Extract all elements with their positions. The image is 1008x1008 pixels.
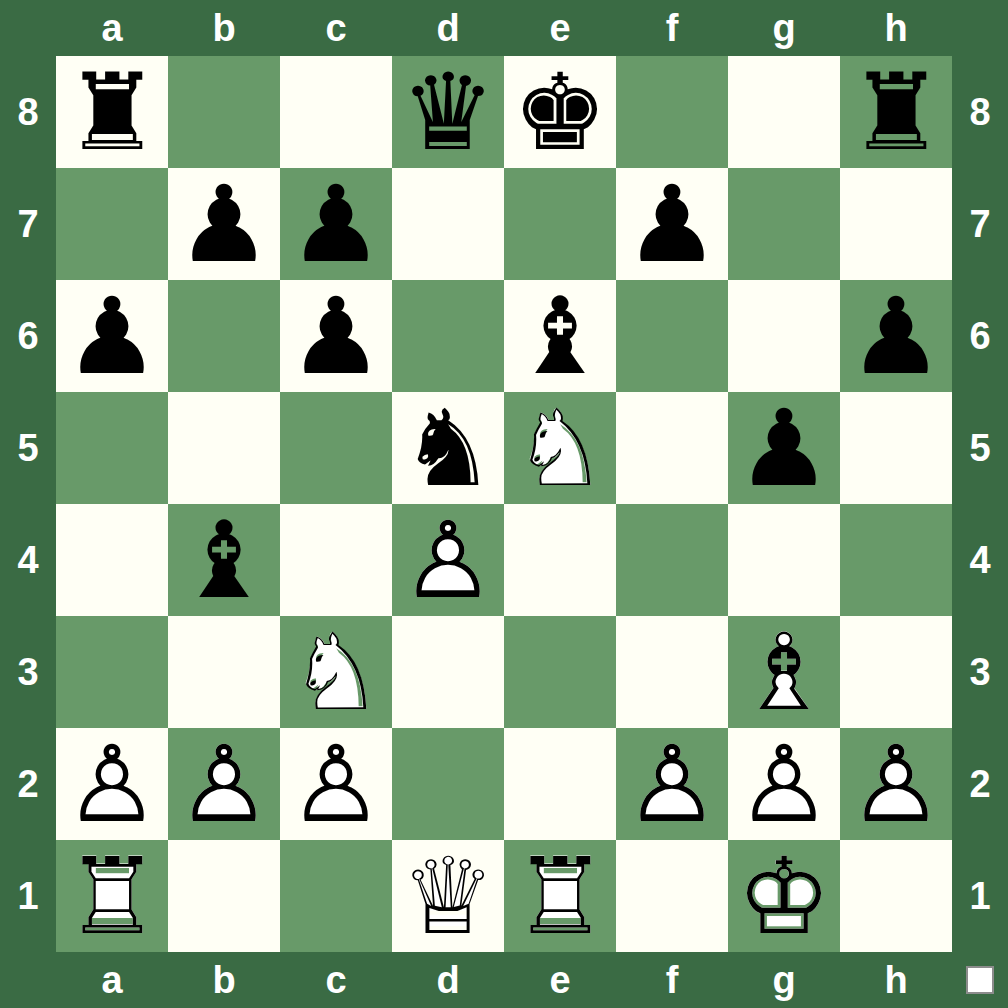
square-c3[interactable]: ♞♘ — [280, 616, 392, 728]
black-king-piece[interactable]: ♚ — [504, 56, 616, 168]
square-c1[interactable] — [280, 840, 392, 952]
square-g3[interactable]: ♝♗ — [728, 616, 840, 728]
square-a5[interactable] — [56, 392, 168, 504]
piece-glyph: ♟ — [280, 168, 392, 280]
piece-fill-glyph: ♞ — [280, 616, 392, 728]
square-d7[interactable] — [392, 168, 504, 280]
piece-outline-glyph: ♙ — [728, 728, 840, 840]
black-rook-piece[interactable]: ♜ — [840, 56, 952, 168]
piece-fill-glyph: ♞ — [504, 392, 616, 504]
rank-labels-right: 87654321 — [952, 56, 1008, 952]
square-d8[interactable]: ♛ — [392, 56, 504, 168]
file-label-d: d — [392, 952, 504, 1008]
square-c5[interactable] — [280, 392, 392, 504]
rank-labels-left: 87654321 — [0, 56, 56, 952]
piece-glyph: ♟ — [280, 280, 392, 392]
file-label-h: h — [840, 0, 952, 56]
square-g7[interactable] — [728, 168, 840, 280]
chess-diagram: abcdefgh abcdefgh 87654321 87654321 ♜♛♚♜… — [0, 0, 1008, 1008]
square-g5[interactable]: ♟ — [728, 392, 840, 504]
square-h4[interactable] — [840, 504, 952, 616]
black-bishop-piece[interactable]: ♝ — [168, 504, 280, 616]
piece-glyph: ♜ — [840, 56, 952, 168]
file-label-c: c — [280, 0, 392, 56]
white-knight-piece[interactable]: ♞♘ — [280, 616, 392, 728]
file-labels-bottom: abcdefgh — [56, 952, 952, 1008]
square-a4[interactable] — [56, 504, 168, 616]
rank-label-7: 7 — [0, 168, 56, 280]
rank-label-4: 4 — [0, 504, 56, 616]
square-e5[interactable]: ♞♘ — [504, 392, 616, 504]
black-queen-piece[interactable]: ♛ — [392, 56, 504, 168]
rank-label-2: 2 — [0, 728, 56, 840]
file-label-h: h — [840, 952, 952, 1008]
square-b7[interactable]: ♟ — [168, 168, 280, 280]
square-f2[interactable]: ♟♙ — [616, 728, 728, 840]
square-g4[interactable] — [728, 504, 840, 616]
square-a8[interactable]: ♜ — [56, 56, 168, 168]
piece-outline-glyph: ♘ — [504, 392, 616, 504]
square-f3[interactable] — [616, 616, 728, 728]
square-h1[interactable] — [840, 840, 952, 952]
square-d3[interactable] — [392, 616, 504, 728]
rank-label-6: 6 — [0, 280, 56, 392]
square-e1[interactable]: ♜♖ — [504, 840, 616, 952]
square-a1[interactable]: ♜♖ — [56, 840, 168, 952]
black-pawn-piece[interactable]: ♟ — [616, 168, 728, 280]
white-pawn-piece[interactable]: ♟♙ — [840, 728, 952, 840]
square-g8[interactable] — [728, 56, 840, 168]
piece-outline-glyph: ♙ — [168, 728, 280, 840]
square-a2[interactable]: ♟♙ — [56, 728, 168, 840]
rank-label-7: 7 — [952, 168, 1008, 280]
square-b1[interactable] — [168, 840, 280, 952]
square-e2[interactable] — [504, 728, 616, 840]
square-b2[interactable]: ♟♙ — [168, 728, 280, 840]
piece-outline-glyph: ♙ — [56, 728, 168, 840]
piece-fill-glyph: ♟ — [56, 728, 168, 840]
square-b6[interactable] — [168, 280, 280, 392]
square-h6[interactable]: ♟ — [840, 280, 952, 392]
file-label-g: g — [728, 952, 840, 1008]
piece-outline-glyph: ♔ — [728, 840, 840, 952]
piece-outline-glyph: ♙ — [840, 728, 952, 840]
square-c6[interactable]: ♟ — [280, 280, 392, 392]
piece-glyph: ♟ — [616, 168, 728, 280]
square-h2[interactable]: ♟♙ — [840, 728, 952, 840]
piece-glyph: ♛ — [392, 56, 504, 168]
square-e4[interactable] — [504, 504, 616, 616]
file-label-b: b — [168, 952, 280, 1008]
rank-label-1: 1 — [0, 840, 56, 952]
piece-glyph: ♟ — [168, 168, 280, 280]
square-e3[interactable] — [504, 616, 616, 728]
square-c4[interactable] — [280, 504, 392, 616]
piece-outline-glyph: ♙ — [616, 728, 728, 840]
file-label-b: b — [168, 0, 280, 56]
piece-glyph: ♚ — [504, 56, 616, 168]
square-b8[interactable] — [168, 56, 280, 168]
piece-glyph: ♟ — [56, 280, 168, 392]
file-label-c: c — [280, 952, 392, 1008]
black-pawn-piece[interactable]: ♟ — [56, 280, 168, 392]
black-pawn-piece[interactable]: ♟ — [728, 392, 840, 504]
file-label-f: f — [616, 0, 728, 56]
black-pawn-piece[interactable]: ♟ — [840, 280, 952, 392]
rank-label-5: 5 — [0, 392, 56, 504]
piece-glyph: ♟ — [840, 280, 952, 392]
file-labels-top: abcdefgh — [56, 0, 952, 56]
square-d6[interactable] — [392, 280, 504, 392]
square-e7[interactable] — [504, 168, 616, 280]
piece-fill-glyph: ♟ — [616, 728, 728, 840]
square-b4[interactable]: ♝ — [168, 504, 280, 616]
piece-fill-glyph: ♝ — [728, 616, 840, 728]
piece-fill-glyph: ♟ — [392, 504, 504, 616]
black-rook-piece[interactable]: ♜ — [56, 56, 168, 168]
white-pawn-piece[interactable]: ♟♙ — [616, 728, 728, 840]
white-pawn-piece[interactable]: ♟♙ — [56, 728, 168, 840]
white-pawn-piece[interactable]: ♟♙ — [280, 728, 392, 840]
piece-fill-glyph: ♚ — [728, 840, 840, 952]
white-pawn-piece[interactable]: ♟♙ — [168, 728, 280, 840]
piece-glyph: ♟ — [728, 392, 840, 504]
black-pawn-piece[interactable]: ♟ — [280, 280, 392, 392]
rank-label-6: 6 — [952, 280, 1008, 392]
square-g1[interactable]: ♚♔ — [728, 840, 840, 952]
piece-glyph: ♝ — [504, 280, 616, 392]
square-c2[interactable]: ♟♙ — [280, 728, 392, 840]
white-knight-piece[interactable]: ♞♘ — [504, 392, 616, 504]
square-a6[interactable]: ♟ — [56, 280, 168, 392]
piece-outline-glyph: ♘ — [280, 616, 392, 728]
square-f6[interactable] — [616, 280, 728, 392]
white-rook-piece[interactable]: ♜♖ — [56, 840, 168, 952]
rank-label-3: 3 — [0, 616, 56, 728]
white-king-piece[interactable]: ♚♔ — [728, 840, 840, 952]
rank-label-8: 8 — [0, 56, 56, 168]
piece-fill-glyph: ♜ — [56, 840, 168, 952]
square-f4[interactable] — [616, 504, 728, 616]
square-f1[interactable] — [616, 840, 728, 952]
file-label-e: e — [504, 0, 616, 56]
piece-fill-glyph: ♟ — [840, 728, 952, 840]
rank-label-3: 3 — [952, 616, 1008, 728]
white-rook-piece[interactable]: ♜♖ — [504, 840, 616, 952]
piece-fill-glyph: ♟ — [168, 728, 280, 840]
piece-outline-glyph: ♙ — [280, 728, 392, 840]
board: ♜♛♚♜♟♟♟♟♟♝♟♞♞♘♟♝♟♙♞♘♝♗♟♙♟♙♟♙♟♙♟♙♟♙♜♖♛♕♜♖… — [56, 56, 952, 952]
file-label-a: a — [56, 952, 168, 1008]
piece-outline-glyph: ♖ — [504, 840, 616, 952]
square-f7[interactable]: ♟ — [616, 168, 728, 280]
square-g6[interactable] — [728, 280, 840, 392]
square-h3[interactable] — [840, 616, 952, 728]
square-h7[interactable] — [840, 168, 952, 280]
rank-label-4: 4 — [952, 504, 1008, 616]
white-pawn-piece[interactable]: ♟♙ — [728, 728, 840, 840]
black-bishop-piece[interactable]: ♝ — [504, 280, 616, 392]
piece-fill-glyph: ♟ — [728, 728, 840, 840]
white-queen-piece[interactable]: ♛♕ — [392, 840, 504, 952]
piece-outline-glyph: ♖ — [56, 840, 168, 952]
square-f5[interactable] — [616, 392, 728, 504]
square-c7[interactable]: ♟ — [280, 168, 392, 280]
square-e8[interactable]: ♚ — [504, 56, 616, 168]
black-pawn-piece[interactable]: ♟ — [280, 168, 392, 280]
square-d4[interactable]: ♟♙ — [392, 504, 504, 616]
piece-outline-glyph: ♕ — [392, 840, 504, 952]
black-pawn-piece[interactable]: ♟ — [168, 168, 280, 280]
piece-fill-glyph: ♛ — [392, 840, 504, 952]
square-b3[interactable] — [168, 616, 280, 728]
square-b5[interactable] — [168, 392, 280, 504]
piece-glyph: ♝ — [168, 504, 280, 616]
file-label-g: g — [728, 0, 840, 56]
square-d2[interactable] — [392, 728, 504, 840]
piece-fill-glyph: ♜ — [504, 840, 616, 952]
black-knight-piece[interactable]: ♞ — [392, 392, 504, 504]
file-label-f: f — [616, 952, 728, 1008]
piece-outline-glyph: ♗ — [728, 616, 840, 728]
white-bishop-piece[interactable]: ♝♗ — [728, 616, 840, 728]
square-a7[interactable] — [56, 168, 168, 280]
square-f8[interactable] — [616, 56, 728, 168]
square-d1[interactable]: ♛♕ — [392, 840, 504, 952]
square-h5[interactable] — [840, 392, 952, 504]
rank-label-1: 1 — [952, 840, 1008, 952]
rank-label-2: 2 — [952, 728, 1008, 840]
file-label-e: e — [504, 952, 616, 1008]
rank-label-8: 8 — [952, 56, 1008, 168]
file-label-d: d — [392, 0, 504, 56]
square-h8[interactable]: ♜ — [840, 56, 952, 168]
side-to-move-indicator — [966, 966, 994, 994]
square-c8[interactable] — [280, 56, 392, 168]
square-d5[interactable]: ♞ — [392, 392, 504, 504]
piece-outline-glyph: ♙ — [392, 504, 504, 616]
piece-glyph: ♞ — [392, 392, 504, 504]
white-pawn-piece[interactable]: ♟♙ — [392, 504, 504, 616]
square-a3[interactable] — [56, 616, 168, 728]
square-e6[interactable]: ♝ — [504, 280, 616, 392]
rank-label-5: 5 — [952, 392, 1008, 504]
square-g2[interactable]: ♟♙ — [728, 728, 840, 840]
piece-glyph: ♜ — [56, 56, 168, 168]
file-label-a: a — [56, 0, 168, 56]
piece-fill-glyph: ♟ — [280, 728, 392, 840]
